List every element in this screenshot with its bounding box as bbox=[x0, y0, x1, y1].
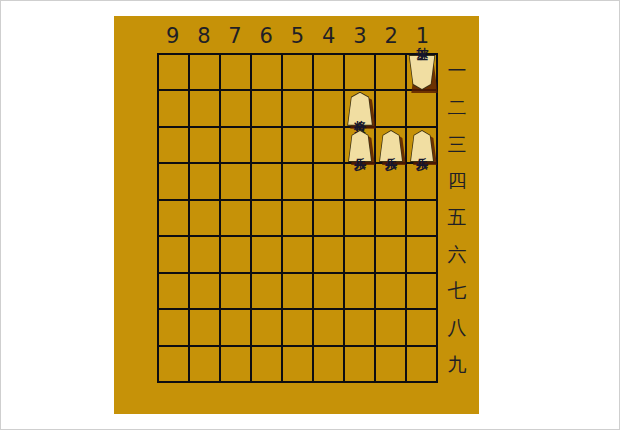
cell-7-3[interactable] bbox=[221, 128, 250, 162]
rank-labels: 一二三四五六七八九 bbox=[443, 53, 471, 383]
cell-7-9[interactable] bbox=[221, 347, 250, 381]
file-label-5: 5 bbox=[282, 21, 313, 51]
cell-8-3[interactable] bbox=[190, 128, 219, 162]
cell-2-3[interactable]: 歩兵 bbox=[376, 128, 405, 162]
cell-9-3[interactable] bbox=[159, 128, 188, 162]
cell-8-1[interactable] bbox=[190, 55, 219, 89]
cell-4-3[interactable] bbox=[314, 128, 343, 162]
cell-7-1[interactable] bbox=[221, 55, 250, 89]
cell-1-3[interactable]: 歩兵 bbox=[407, 128, 436, 162]
cell-4-8[interactable] bbox=[314, 310, 343, 344]
cell-8-6[interactable] bbox=[190, 237, 219, 271]
cell-4-9[interactable] bbox=[314, 347, 343, 381]
file-label-2: 2 bbox=[376, 21, 407, 51]
cell-9-1[interactable] bbox=[159, 55, 188, 89]
shogi-board: 王将金将歩兵歩兵歩兵 bbox=[157, 53, 438, 383]
cell-6-8[interactable] bbox=[252, 310, 281, 344]
file-label-1: 1 bbox=[407, 21, 438, 51]
shogi-diagram-panel: 987654321 王将金将歩兵歩兵歩兵 一二三四五六七八九 bbox=[114, 16, 479, 414]
cell-5-2[interactable] bbox=[283, 91, 312, 125]
piece-kanji: 歩兵 bbox=[347, 130, 374, 162]
cell-1-5[interactable] bbox=[407, 201, 436, 235]
cell-3-4[interactable] bbox=[345, 164, 374, 198]
cell-3-7[interactable] bbox=[345, 274, 374, 308]
rank-label-8: 八 bbox=[443, 310, 471, 347]
rank-label-2: 二 bbox=[443, 90, 471, 127]
cell-4-6[interactable] bbox=[314, 237, 343, 271]
cell-4-4[interactable] bbox=[314, 164, 343, 198]
file-label-3: 3 bbox=[344, 21, 375, 51]
sente-pawn-piece[interactable]: 歩兵 bbox=[409, 130, 436, 162]
rank-label-1: 一 bbox=[443, 53, 471, 90]
cell-2-1[interactable] bbox=[376, 55, 405, 89]
cell-9-7[interactable] bbox=[159, 274, 188, 308]
cell-7-6[interactable] bbox=[221, 237, 250, 271]
cell-6-7[interactable] bbox=[252, 274, 281, 308]
file-label-7: 7 bbox=[219, 21, 250, 51]
cell-2-7[interactable] bbox=[376, 274, 405, 308]
cell-2-6[interactable] bbox=[376, 237, 405, 271]
cell-4-5[interactable] bbox=[314, 201, 343, 235]
cell-2-5[interactable] bbox=[376, 201, 405, 235]
cell-4-7[interactable] bbox=[314, 274, 343, 308]
cell-1-6[interactable] bbox=[407, 237, 436, 271]
rank-label-4: 四 bbox=[443, 163, 471, 200]
file-label-9: 9 bbox=[157, 21, 188, 51]
cell-6-5[interactable] bbox=[252, 201, 281, 235]
cell-5-5[interactable] bbox=[283, 201, 312, 235]
piece-kanji: 歩兵 bbox=[409, 130, 436, 162]
cell-5-8[interactable] bbox=[283, 310, 312, 344]
cell-9-8[interactable] bbox=[159, 310, 188, 344]
cell-4-1[interactable] bbox=[314, 55, 343, 89]
cell-6-2[interactable] bbox=[252, 91, 281, 125]
cell-1-4[interactable] bbox=[407, 164, 436, 198]
cell-6-4[interactable] bbox=[252, 164, 281, 198]
cell-5-6[interactable] bbox=[283, 237, 312, 271]
cell-8-5[interactable] bbox=[190, 201, 219, 235]
rank-label-5: 五 bbox=[443, 200, 471, 237]
cell-8-8[interactable] bbox=[190, 310, 219, 344]
cell-6-1[interactable] bbox=[252, 55, 281, 89]
sente-pawn-piece[interactable]: 歩兵 bbox=[378, 130, 405, 162]
cell-4-2[interactable] bbox=[314, 91, 343, 125]
rank-label-3: 三 bbox=[443, 126, 471, 163]
cell-7-7[interactable] bbox=[221, 274, 250, 308]
rank-label-6: 六 bbox=[443, 236, 471, 273]
cell-9-4[interactable] bbox=[159, 164, 188, 198]
cell-1-2[interactable] bbox=[407, 91, 436, 125]
cell-8-9[interactable] bbox=[190, 347, 219, 381]
cell-9-5[interactable] bbox=[159, 201, 188, 235]
cell-3-1[interactable] bbox=[345, 55, 374, 89]
cell-7-5[interactable] bbox=[221, 201, 250, 235]
cell-3-2[interactable]: 金将 bbox=[345, 91, 374, 125]
cell-1-7[interactable] bbox=[407, 274, 436, 308]
cell-2-2[interactable] bbox=[376, 91, 405, 125]
cell-5-4[interactable] bbox=[283, 164, 312, 198]
rank-label-7: 七 bbox=[443, 273, 471, 310]
cell-2-9[interactable] bbox=[376, 347, 405, 381]
cell-6-3[interactable] bbox=[252, 128, 281, 162]
file-labels: 987654321 bbox=[157, 21, 438, 51]
cell-1-8[interactable] bbox=[407, 310, 436, 344]
cell-8-4[interactable] bbox=[190, 164, 219, 198]
sente-pawn-piece[interactable]: 歩兵 bbox=[347, 130, 374, 162]
file-label-4: 4 bbox=[313, 21, 344, 51]
piece-kanji: 王将 bbox=[407, 55, 437, 90]
cell-2-4[interactable] bbox=[376, 164, 405, 198]
piece-kanji: 歩兵 bbox=[378, 130, 405, 162]
cell-7-2[interactable] bbox=[221, 91, 250, 125]
sente-gold-piece[interactable]: 金将 bbox=[346, 92, 375, 126]
cell-3-6[interactable] bbox=[345, 237, 374, 271]
cell-3-8[interactable] bbox=[345, 310, 374, 344]
cell-8-2[interactable] bbox=[190, 91, 219, 125]
cell-5-7[interactable] bbox=[283, 274, 312, 308]
cell-5-9[interactable] bbox=[283, 347, 312, 381]
piece-kanji: 金将 bbox=[346, 92, 375, 126]
cell-1-9[interactable] bbox=[407, 347, 436, 381]
rank-label-9: 九 bbox=[443, 346, 471, 383]
cell-9-2[interactable] bbox=[159, 91, 188, 125]
cell-3-9[interactable] bbox=[345, 347, 374, 381]
file-label-8: 8 bbox=[188, 21, 219, 51]
cell-6-6[interactable] bbox=[252, 237, 281, 271]
cell-6-9[interactable] bbox=[252, 347, 281, 381]
cell-3-5[interactable] bbox=[345, 201, 374, 235]
cell-7-8[interactable] bbox=[221, 310, 250, 344]
cell-2-8[interactable] bbox=[376, 310, 405, 344]
cell-5-3[interactable] bbox=[283, 128, 312, 162]
cell-3-3[interactable]: 歩兵 bbox=[345, 128, 374, 162]
cell-1-1[interactable]: 王将 bbox=[407, 55, 436, 89]
file-label-6: 6 bbox=[251, 21, 282, 51]
cell-5-1[interactable] bbox=[283, 55, 312, 89]
cell-9-9[interactable] bbox=[159, 347, 188, 381]
cell-9-6[interactable] bbox=[159, 237, 188, 271]
gote-king-piece[interactable]: 王将 bbox=[407, 55, 437, 90]
page-background: 987654321 王将金将歩兵歩兵歩兵 一二三四五六七八九 bbox=[0, 0, 620, 430]
cell-7-4[interactable] bbox=[221, 164, 250, 198]
cell-8-7[interactable] bbox=[190, 274, 219, 308]
